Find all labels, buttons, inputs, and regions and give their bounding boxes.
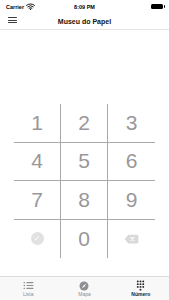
key-0[interactable]: 0 (61, 220, 108, 259)
key-8[interactable]: 8 (61, 181, 108, 220)
key-2[interactable]: 2 (61, 104, 108, 143)
tab-numero-label: Número (131, 292, 150, 297)
key-3[interactable]: 3 (108, 104, 155, 143)
tab-lista-label: Lista (23, 292, 34, 297)
confirm-key[interactable]: ✓ (14, 220, 61, 259)
key-1[interactable]: 1 (14, 104, 61, 143)
page-title: Museu do Papel (0, 18, 169, 25)
tab-bar: Lista Mapa Número (0, 276, 169, 300)
key-7[interactable]: 7 (14, 181, 61, 220)
key-9[interactable]: 9 (108, 181, 155, 220)
keypad-icon (136, 281, 145, 291)
nav-bar: Museu do Papel (0, 13, 169, 30)
carrier-text: Carrier (6, 4, 24, 10)
list-icon (23, 281, 34, 291)
backspace-icon (124, 234, 139, 244)
key-6[interactable]: 6 (108, 143, 155, 182)
key-4[interactable]: 4 (14, 143, 61, 182)
tab-numero[interactable]: Número (113, 277, 169, 300)
compass-icon (79, 281, 89, 291)
checkmark-circle-icon: ✓ (31, 232, 44, 245)
tab-mapa-label: Mapa (78, 292, 91, 297)
number-keypad: 1 2 3 4 5 6 7 8 9 ✓ 0 (14, 104, 155, 258)
key-5[interactable]: 5 (61, 143, 108, 182)
tab-lista[interactable]: Lista (0, 277, 56, 300)
wifi-icon (26, 3, 35, 10)
backspace-key[interactable] (108, 220, 155, 259)
carrier-label: Carrier (6, 3, 35, 10)
battery-icon (151, 4, 163, 9)
hamburger-menu-icon[interactable] (8, 17, 17, 23)
tab-mapa[interactable]: Mapa (56, 277, 112, 300)
status-bar: 8:09 PM Carrier (0, 0, 169, 13)
